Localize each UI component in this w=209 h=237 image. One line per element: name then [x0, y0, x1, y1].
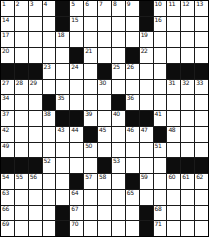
cell-r2-c4[interactable] [43, 17, 56, 32]
cell-r9-c8[interactable]: 45 [98, 127, 111, 142]
cell-r14-c13[interactable] [167, 206, 180, 221]
cell-r6-c8[interactable]: 30 [98, 80, 111, 95]
black-cell-r8-c5 [56, 111, 69, 126]
cell-r1-c8[interactable]: 7 [98, 1, 111, 16]
cell-r14-c10[interactable] [126, 206, 139, 221]
cell-r6-c6[interactable] [70, 80, 83, 95]
cell-r3-c9[interactable] [112, 32, 125, 47]
cell-r3-c2[interactable] [15, 32, 28, 47]
cell-r1-c7[interactable]: 6 [84, 1, 97, 16]
cell-r15-c4[interactable] [43, 221, 56, 236]
cell-r2-c12[interactable]: 16 [154, 17, 167, 32]
cell-r10-c11[interactable] [140, 143, 153, 158]
cell-r11-c10[interactable] [126, 158, 139, 173]
black-cell-r5-c1 [1, 64, 14, 79]
cell-r3-c4[interactable] [43, 32, 56, 47]
cell-r9-c10[interactable]: 46 [126, 127, 139, 142]
clue-number-1: 1 [2, 1, 5, 7]
cell-r1-c3[interactable]: 3 [29, 1, 42, 16]
clue-number-48: 48 [168, 127, 175, 133]
cell-r10-c9[interactable] [112, 143, 125, 158]
cell-r8-c13[interactable] [167, 111, 180, 126]
cell-r15-c13[interactable] [167, 221, 180, 236]
cell-r14-c7[interactable] [84, 206, 97, 221]
cell-r15-c14[interactable] [181, 221, 194, 236]
clue-number-67: 67 [71, 206, 78, 212]
black-cell-r5-c13 [167, 64, 180, 79]
black-cell-r9-c12 [154, 127, 167, 142]
cell-r10-c8[interactable] [98, 143, 111, 158]
clue-number-36: 36 [127, 95, 134, 101]
cell-r4-c12[interactable] [154, 48, 167, 63]
clue-number-21: 21 [85, 48, 92, 54]
clue-number-4: 4 [44, 1, 47, 7]
black-cell-r14-c11 [140, 206, 153, 221]
clue-number-24: 24 [71, 64, 78, 70]
cell-r1-c6[interactable]: 5 [70, 1, 83, 16]
cell-r6-c5[interactable] [56, 80, 69, 95]
cell-r13-c12[interactable] [154, 190, 167, 205]
clue-number-51: 51 [155, 143, 162, 149]
cell-r14-c8[interactable] [98, 206, 111, 221]
cell-r13-c3[interactable] [29, 190, 42, 205]
clue-number-32: 32 [182, 80, 189, 86]
cell-r7-c15[interactable] [195, 95, 208, 110]
cell-r14-c1[interactable]: 66 [1, 206, 14, 221]
cell-r13-c2[interactable] [15, 190, 28, 205]
clue-number-56: 56 [30, 174, 37, 180]
cell-r6-c13[interactable]: 31 [167, 80, 180, 95]
cell-r1-c2[interactable]: 2 [15, 1, 28, 16]
cell-r10-c14[interactable] [181, 143, 194, 158]
cell-r3-c1[interactable]: 17 [1, 32, 14, 47]
cell-r12-c2[interactable]: 55 [15, 174, 28, 189]
cell-r6-c12[interactable] [154, 80, 167, 95]
cell-r7-c11[interactable] [140, 95, 153, 110]
cell-r2-c7[interactable] [84, 17, 97, 32]
black-cell-r7-c4 [43, 95, 56, 110]
cell-r3-c15[interactable] [195, 32, 208, 47]
cell-r4-c15[interactable] [195, 48, 208, 63]
cell-r3-c14[interactable] [181, 32, 194, 47]
cell-r12-c9[interactable] [112, 174, 125, 189]
clue-number-27: 27 [2, 80, 9, 86]
cell-r4-c1[interactable]: 20 [1, 48, 14, 63]
cell-r2-c15[interactable] [195, 17, 208, 32]
cell-r11-c6[interactable] [70, 158, 83, 173]
clue-number-16: 16 [155, 17, 162, 23]
clue-number-31: 31 [168, 80, 175, 86]
cell-r9-c4[interactable] [43, 127, 56, 142]
cell-r15-c10[interactable] [126, 221, 139, 236]
cell-r3-c13[interactable] [167, 32, 180, 47]
cell-r13-c9[interactable] [112, 190, 125, 205]
black-cell-r1-c5 [56, 1, 69, 16]
cell-r8-c14[interactable] [181, 111, 194, 126]
black-cell-r11-c15 [195, 158, 208, 173]
clue-number-38: 38 [44, 111, 51, 117]
cell-r7-c7[interactable] [84, 95, 97, 110]
clue-number-13: 13 [196, 1, 203, 7]
cell-r5-c5[interactable] [56, 64, 69, 79]
cell-r7-c6[interactable] [70, 95, 83, 110]
cell-r7-c1[interactable]: 34 [1, 95, 14, 110]
clue-number-6: 6 [85, 1, 88, 7]
cell-r8-c8[interactable] [98, 111, 111, 126]
clue-number-40: 40 [113, 111, 120, 117]
cell-r10-c3[interactable] [29, 143, 42, 158]
clue-number-35: 35 [57, 95, 64, 101]
cell-r2-c8[interactable] [98, 17, 111, 32]
cell-r12-c7[interactable]: 57 [84, 174, 97, 189]
cell-r9-c2[interactable] [15, 127, 28, 142]
clue-number-39: 39 [85, 111, 92, 117]
cell-r8-c2[interactable] [15, 111, 28, 126]
cell-r4-c11[interactable]: 22 [140, 48, 153, 63]
cell-r2-c1[interactable]: 14 [1, 17, 14, 32]
cell-r6-c11[interactable] [140, 80, 153, 95]
cell-r6-c3[interactable]: 29 [29, 80, 42, 95]
cell-r12-c8[interactable]: 58 [98, 174, 111, 189]
cell-r6-c2[interactable]: 28 [15, 80, 28, 95]
cell-r9-c3[interactable] [29, 127, 42, 142]
cell-r14-c12[interactable]: 68 [154, 206, 167, 221]
cell-r7-c12[interactable] [154, 95, 167, 110]
cell-r13-c10[interactable]: 65 [126, 190, 139, 205]
clue-number-28: 28 [16, 80, 23, 86]
black-cell-r1-c11 [140, 1, 153, 16]
cell-r7-c13[interactable] [167, 95, 180, 110]
cell-r4-c3[interactable] [29, 48, 42, 63]
black-cell-r2-c5 [56, 17, 69, 32]
cell-r15-c9[interactable] [112, 221, 125, 236]
clue-number-62: 62 [196, 174, 203, 180]
cell-r5-c9[interactable]: 25 [112, 64, 125, 79]
cell-r12-c13[interactable]: 60 [167, 174, 180, 189]
cell-r2-c2[interactable] [15, 17, 28, 32]
clue-number-52: 52 [44, 158, 51, 164]
black-cell-r4-c10 [126, 48, 139, 63]
cell-r10-c13[interactable] [167, 143, 180, 158]
black-cell-r11-c8 [98, 158, 111, 173]
cell-r3-c12[interactable] [154, 32, 167, 47]
crossword-grid: 1234567891011121314151617181920212223242… [0, 0, 209, 237]
cell-r9-c9[interactable] [112, 127, 125, 142]
cell-r1-c12[interactable]: 10 [154, 1, 167, 16]
clue-number-17: 17 [2, 32, 9, 38]
clue-number-68: 68 [155, 206, 162, 212]
cell-r14-c2[interactable] [15, 206, 28, 221]
black-cell-r15-c5 [56, 221, 69, 236]
cell-r4-c7[interactable]: 21 [84, 48, 97, 63]
cell-r9-c6[interactable]: 44 [70, 127, 83, 142]
cell-r11-c7[interactable] [84, 158, 97, 173]
cell-r8-c4[interactable]: 38 [43, 111, 56, 126]
cell-r2-c14[interactable] [181, 17, 194, 32]
cell-r15-c6[interactable]: 70 [70, 221, 83, 236]
clue-number-15: 15 [71, 17, 78, 23]
clue-number-11: 11 [168, 1, 175, 7]
clue-number-7: 7 [99, 1, 102, 7]
clue-number-22: 22 [141, 48, 148, 54]
black-cell-r8-c10 [126, 111, 139, 126]
cell-r10-c4[interactable] [43, 143, 56, 158]
cell-r3-c6[interactable] [70, 32, 83, 47]
cell-r8-c9[interactable]: 40 [112, 111, 125, 126]
cell-r10-c12[interactable]: 51 [154, 143, 167, 158]
clue-number-53: 53 [113, 158, 120, 164]
cell-r14-c15[interactable] [195, 206, 208, 221]
cell-r14-c3[interactable] [29, 206, 42, 221]
cell-r15-c15[interactable] [195, 221, 208, 236]
black-cell-r9-c7 [84, 127, 97, 142]
cell-r12-c3[interactable]: 56 [29, 174, 42, 189]
cell-r6-c14[interactable]: 32 [181, 80, 194, 95]
cell-r6-c10[interactable] [126, 80, 139, 95]
clue-number-45: 45 [99, 127, 106, 133]
cell-r9-c14[interactable] [181, 127, 194, 142]
cell-r14-c6[interactable]: 67 [70, 206, 83, 221]
cell-r12-c12[interactable] [154, 174, 167, 189]
cell-r2-c3[interactable] [29, 17, 42, 32]
black-cell-r5-c3 [29, 64, 42, 79]
cell-r12-c15[interactable]: 62 [195, 174, 208, 189]
clue-number-63: 63 [2, 190, 9, 196]
clue-number-69: 69 [2, 221, 9, 227]
clue-number-10: 10 [155, 1, 162, 7]
black-cell-r11-c13 [167, 158, 180, 173]
clue-number-9: 9 [127, 1, 130, 7]
cell-r10-c5[interactable] [56, 143, 69, 158]
clue-number-2: 2 [16, 1, 19, 7]
clue-number-23: 23 [44, 64, 51, 70]
cell-r13-c14[interactable] [181, 190, 194, 205]
cell-r15-c1[interactable]: 69 [1, 221, 14, 236]
cell-r9-c5[interactable]: 43 [56, 127, 69, 142]
cell-r7-c2[interactable] [15, 95, 28, 110]
black-cell-r12-c6 [70, 174, 83, 189]
cell-r10-c10[interactable] [126, 143, 139, 158]
cell-r7-c3[interactable] [29, 95, 42, 110]
cell-r10-c2[interactable] [15, 143, 28, 158]
black-cell-r12-c10 [126, 174, 139, 189]
cell-r12-c11[interactable]: 59 [140, 174, 153, 189]
black-cell-r11-c14 [181, 158, 194, 173]
cell-r4-c8[interactable] [98, 48, 111, 63]
cell-r1-c13[interactable]: 11 [167, 1, 180, 16]
cell-r13-c13[interactable] [167, 190, 180, 205]
cell-r3-c10[interactable] [126, 32, 139, 47]
cell-r10-c7[interactable]: 50 [84, 143, 97, 158]
cell-r3-c3[interactable] [29, 32, 42, 47]
black-cell-r11-c2 [15, 158, 28, 173]
clue-number-41: 41 [155, 111, 162, 117]
black-cell-r11-c3 [29, 158, 42, 173]
clue-number-47: 47 [141, 127, 148, 133]
clue-number-59: 59 [141, 174, 148, 180]
cell-r4-c9[interactable] [112, 48, 125, 63]
clue-number-19: 19 [141, 32, 148, 38]
clue-number-33: 33 [196, 80, 203, 86]
black-cell-r2-c11 [140, 17, 153, 32]
cell-r9-c11[interactable]: 47 [140, 127, 153, 142]
cell-r8-c15[interactable] [195, 111, 208, 126]
black-cell-r5-c2 [15, 64, 28, 79]
cell-r13-c7[interactable] [84, 190, 97, 205]
cell-r9-c13[interactable]: 48 [167, 127, 180, 142]
cell-r3-c11[interactable]: 19 [140, 32, 153, 47]
cell-r5-c12[interactable] [154, 64, 167, 79]
cell-r11-c12[interactable] [154, 158, 167, 173]
cell-r12-c4[interactable] [43, 174, 56, 189]
cell-r11-c4[interactable]: 52 [43, 158, 56, 173]
clue-number-25: 25 [113, 64, 120, 70]
cell-r6-c15[interactable]: 33 [195, 80, 208, 95]
clue-number-30: 30 [99, 80, 106, 86]
black-cell-r11-c1 [1, 158, 14, 173]
cell-r5-c10[interactable]: 26 [126, 64, 139, 79]
cell-r14-c4[interactable] [43, 206, 56, 221]
cell-r15-c3[interactable] [29, 221, 42, 236]
cell-r1-c10[interactable]: 9 [126, 1, 139, 16]
cell-r8-c7[interactable]: 39 [84, 111, 97, 126]
cell-r7-c14[interactable] [181, 95, 194, 110]
cell-r13-c11[interactable] [140, 190, 153, 205]
clue-number-60: 60 [168, 174, 175, 180]
cell-r15-c2[interactable] [15, 221, 28, 236]
clue-number-71: 71 [155, 221, 162, 227]
black-cell-r7-c9 [112, 95, 125, 110]
clue-number-66: 66 [2, 206, 9, 212]
black-cell-r5-c14 [181, 64, 194, 79]
clue-number-55: 55 [16, 174, 23, 180]
cell-r10-c6[interactable] [70, 143, 83, 158]
cell-r2-c6[interactable]: 15 [70, 17, 83, 32]
cell-r12-c14[interactable]: 61 [181, 174, 194, 189]
clue-number-46: 46 [127, 127, 134, 133]
cell-r13-c5[interactable] [56, 190, 69, 205]
cell-r9-c1[interactable]: 42 [1, 127, 14, 142]
cell-r8-c1[interactable]: 37 [1, 111, 14, 126]
cell-r11-c5[interactable] [56, 158, 69, 173]
cell-r3-c8[interactable] [98, 32, 111, 47]
cell-r12-c5[interactable] [56, 174, 69, 189]
clue-number-20: 20 [2, 48, 9, 54]
cell-r2-c9[interactable] [112, 17, 125, 32]
clue-number-42: 42 [2, 127, 9, 133]
cell-r7-c10[interactable]: 36 [126, 95, 139, 110]
cell-r9-c15[interactable] [195, 127, 208, 142]
clue-number-18: 18 [57, 32, 64, 38]
cell-r5-c6[interactable]: 24 [70, 64, 83, 79]
clue-number-43: 43 [57, 127, 64, 133]
cell-r14-c14[interactable] [181, 206, 194, 221]
black-cell-r14-c5 [56, 206, 69, 221]
cell-r5-c11[interactable] [140, 64, 153, 79]
cell-r4-c4[interactable] [43, 48, 56, 63]
clue-number-65: 65 [127, 190, 134, 196]
cell-r10-c15[interactable] [195, 143, 208, 158]
clue-number-14: 14 [2, 17, 9, 23]
cell-r4-c5[interactable] [56, 48, 69, 63]
cell-r13-c1[interactable]: 63 [1, 190, 14, 205]
cell-r1-c1[interactable]: 1 [1, 1, 14, 16]
cell-r4-c2[interactable] [15, 48, 28, 63]
cell-r3-c7[interactable] [84, 32, 97, 47]
cell-r15-c7[interactable] [84, 221, 97, 236]
black-cell-r5-c8 [98, 64, 111, 79]
cell-r1-c4[interactable]: 4 [43, 1, 56, 16]
cell-r11-c11[interactable] [140, 158, 153, 173]
cell-r5-c4[interactable]: 23 [43, 64, 56, 79]
clue-number-57: 57 [85, 174, 92, 180]
cell-r13-c6[interactable]: 64 [70, 190, 83, 205]
clue-number-49: 49 [2, 143, 9, 149]
clue-number-26: 26 [127, 64, 134, 70]
clue-number-64: 64 [71, 190, 78, 196]
clue-number-8: 8 [113, 1, 116, 7]
cell-r13-c8[interactable] [98, 190, 111, 205]
black-cell-r8-c11 [140, 111, 153, 126]
cell-r13-c4[interactable] [43, 190, 56, 205]
cell-r5-c7[interactable] [84, 64, 97, 79]
cell-r1-c15[interactable]: 13 [195, 1, 208, 16]
clue-number-34: 34 [2, 95, 9, 101]
clue-number-50: 50 [85, 143, 92, 149]
black-cell-r15-c11 [140, 221, 153, 236]
cell-r3-c5[interactable]: 18 [56, 32, 69, 47]
cell-r13-c15[interactable] [195, 190, 208, 205]
clue-number-58: 58 [99, 174, 106, 180]
clue-number-44: 44 [71, 127, 78, 133]
cell-r4-c13[interactable] [167, 48, 180, 63]
cell-r2-c13[interactable] [167, 17, 180, 32]
cell-r15-c12[interactable]: 71 [154, 221, 167, 236]
cell-r2-c10[interactable] [126, 17, 139, 32]
black-cell-r4-c6 [70, 48, 83, 63]
clue-number-5: 5 [71, 1, 74, 7]
black-cell-r5-c15 [195, 64, 208, 79]
cell-r6-c4[interactable] [43, 80, 56, 95]
cell-r7-c8[interactable] [98, 95, 111, 110]
cell-r1-c14[interactable]: 12 [181, 1, 194, 16]
cell-r1-c9[interactable]: 8 [112, 1, 125, 16]
cell-r6-c9[interactable] [112, 80, 125, 95]
clue-number-54: 54 [2, 174, 9, 180]
black-cell-r8-c6 [70, 111, 83, 126]
cell-r6-c7[interactable] [84, 80, 97, 95]
clue-number-70: 70 [71, 221, 78, 227]
clue-number-3: 3 [30, 1, 33, 7]
cell-r14-c9[interactable] [112, 206, 125, 221]
cell-r8-c12[interactable]: 41 [154, 111, 167, 126]
cell-r15-c8[interactable] [98, 221, 111, 236]
clue-number-61: 61 [182, 174, 189, 180]
cell-r6-c1[interactable]: 27 [1, 80, 14, 95]
clue-number-37: 37 [2, 111, 9, 117]
cell-r10-c1[interactable]: 49 [1, 143, 14, 158]
cell-r12-c1[interactable]: 54 [1, 174, 14, 189]
cell-r8-c3[interactable] [29, 111, 42, 126]
cell-r4-c14[interactable] [181, 48, 194, 63]
cell-r7-c5[interactable]: 35 [56, 95, 69, 110]
cell-r11-c9[interactable]: 53 [112, 158, 125, 173]
clue-number-29: 29 [30, 80, 37, 86]
clue-number-12: 12 [182, 1, 189, 7]
